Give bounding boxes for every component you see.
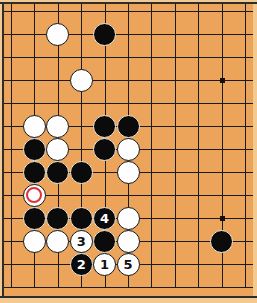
stone-black[interactable] bbox=[93, 115, 116, 138]
stone-black[interactable] bbox=[93, 23, 116, 46]
stone-black[interactable] bbox=[46, 207, 69, 230]
move-number-label: 5 bbox=[123, 258, 132, 271]
grid-line-vertical bbox=[198, 4, 199, 288]
circle-marker bbox=[26, 187, 42, 203]
stone-black[interactable] bbox=[46, 161, 69, 184]
stone-white[interactable] bbox=[117, 138, 140, 161]
stone-black[interactable] bbox=[117, 115, 140, 138]
grid-line-horizontal bbox=[4, 11, 253, 12]
stone-white[interactable] bbox=[46, 138, 69, 161]
grid-line-vertical bbox=[151, 4, 152, 288]
grid-line-vertical bbox=[11, 4, 12, 288]
grid-line-vertical bbox=[175, 4, 176, 288]
stone-white[interactable] bbox=[117, 161, 140, 184]
move-number-label: 3 bbox=[77, 235, 86, 248]
move-number-label: 1 bbox=[100, 258, 109, 271]
grid-line-horizontal bbox=[4, 34, 253, 35]
grid-line-horizontal bbox=[4, 103, 253, 104]
stone-black[interactable] bbox=[93, 138, 116, 161]
star-point bbox=[220, 216, 225, 221]
grid-line-horizontal bbox=[4, 57, 253, 58]
stone-black[interactable] bbox=[70, 161, 93, 184]
stone-white[interactable] bbox=[70, 69, 93, 92]
star-point bbox=[220, 78, 225, 83]
stone-white[interactable]: 3 bbox=[70, 230, 93, 253]
stone-white[interactable] bbox=[117, 207, 140, 230]
stone-white[interactable]: 5 bbox=[117, 253, 140, 276]
stone-white[interactable] bbox=[23, 230, 46, 253]
go-diagram: 43215 bbox=[0, 0, 257, 303]
move-number-label: 2 bbox=[77, 258, 86, 271]
stone-white[interactable] bbox=[46, 230, 69, 253]
stone-black[interactable] bbox=[210, 230, 233, 253]
stone-white[interactable] bbox=[46, 23, 69, 46]
stone-black[interactable] bbox=[70, 207, 93, 230]
stone-black[interactable]: 4 bbox=[93, 207, 116, 230]
stone-black[interactable]: 2 bbox=[70, 253, 93, 276]
frame-bottom bbox=[0, 296, 257, 298]
grid-line-horizontal bbox=[4, 287, 253, 288]
stone-white[interactable]: 1 bbox=[93, 253, 116, 276]
stone-black[interactable] bbox=[23, 138, 46, 161]
stone-black[interactable] bbox=[23, 207, 46, 230]
move-number-label: 4 bbox=[100, 212, 109, 225]
grid-line-vertical bbox=[245, 4, 246, 288]
stone-black[interactable] bbox=[23, 161, 46, 184]
stone-white[interactable] bbox=[23, 184, 46, 207]
stone-white[interactable] bbox=[117, 230, 140, 253]
stone-black[interactable] bbox=[93, 230, 116, 253]
grid-line-horizontal bbox=[4, 80, 253, 81]
stone-white[interactable] bbox=[46, 115, 69, 138]
stone-white[interactable] bbox=[23, 115, 46, 138]
